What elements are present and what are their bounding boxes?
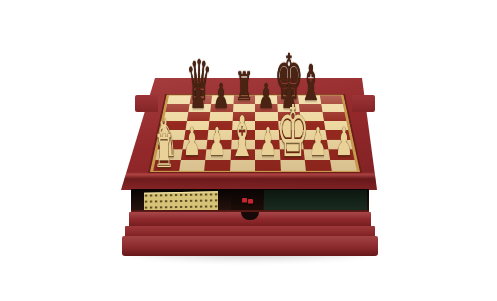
board-square-f2: [279, 149, 304, 159]
board-square-a5: [162, 121, 187, 130]
dice-compartment: [231, 190, 263, 211]
board-square-e1: [255, 160, 280, 171]
board-square-f6: [277, 112, 300, 121]
lid-molding-left: [135, 95, 158, 112]
board-square-h3: [326, 139, 352, 149]
board-square-f8: [276, 95, 298, 103]
board-square-d5: [232, 121, 255, 130]
board-square-d2: [230, 149, 255, 159]
board-square-e3: [255, 139, 279, 149]
board-square-c6: [209, 112, 232, 121]
board-square-a4: [160, 130, 185, 140]
board-square-g5: [301, 121, 325, 130]
board-square-b7: [188, 104, 211, 112]
die-icon: [242, 198, 247, 203]
board-square-c8: [211, 95, 233, 103]
board-square-h6: [322, 112, 346, 121]
board-square-c7: [210, 104, 233, 112]
chess-board: [150, 95, 360, 172]
board-square-g7: [299, 104, 322, 112]
board-square-f5: [278, 121, 302, 130]
board-square-h8: [319, 95, 342, 103]
board-square-c5: [208, 121, 232, 130]
board-square-g4: [302, 130, 327, 140]
drawer-opening: [131, 189, 369, 214]
die-icon: [248, 199, 253, 204]
board-square-g1: [305, 160, 332, 171]
board-square-c3: [206, 139, 231, 149]
board-square-e2: [255, 149, 280, 159]
board-square-e5: [255, 121, 278, 130]
drawer-handle-notch: [241, 212, 259, 220]
board-square-h5: [323, 121, 348, 130]
board-square-e4: [255, 130, 279, 140]
board-square-h1: [330, 160, 357, 171]
board-square-h2: [328, 149, 354, 159]
felt-compartment: [264, 190, 367, 212]
board-square-b5: [185, 121, 209, 130]
board-square-d7: [233, 104, 255, 112]
board-square-f3: [279, 139, 304, 149]
board-square-d1: [230, 160, 255, 171]
board-square-c1: [204, 160, 230, 171]
board-square-e7: [255, 104, 277, 112]
board-square-g3: [303, 139, 328, 149]
board-square-f4: [278, 130, 302, 140]
chess-board-grid: [150, 95, 360, 172]
board-square-g2: [304, 149, 330, 159]
board-square-a7: [166, 104, 190, 112]
board-square-b8: [189, 95, 212, 103]
board-square-e8: [255, 95, 277, 103]
board-square-h4: [325, 130, 350, 140]
board-square-c4: [207, 130, 231, 140]
board-square-e6: [255, 112, 278, 121]
board-square-b6: [187, 112, 211, 121]
board-square-g8: [298, 95, 321, 103]
board-square-a2: [156, 149, 182, 159]
lid-molding-right: [352, 95, 375, 112]
board-square-a3: [158, 139, 184, 149]
board-square-h7: [321, 104, 345, 112]
board-square-d4: [231, 130, 255, 140]
board-square-b1: [179, 160, 206, 171]
board-square-b4: [184, 130, 209, 140]
board-square-f1: [280, 160, 306, 171]
board-square-d3: [231, 139, 255, 149]
board-square-a6: [164, 112, 188, 121]
board-square-f7: [277, 104, 300, 112]
board-square-a1: [153, 160, 180, 171]
board-square-b2: [180, 149, 206, 159]
product-photo-scene: ♛♜♚♝♟♟♟♟♞♟♟♝♟♚♟♟♜: [0, 0, 497, 301]
board-square-a8: [167, 95, 190, 103]
board-square-d6: [232, 112, 255, 121]
board-square-b3: [182, 139, 207, 149]
board-square-g6: [300, 112, 324, 121]
board-square-c2: [205, 149, 230, 159]
base-molding-lower: [122, 236, 378, 256]
board-square-d8: [233, 95, 255, 103]
